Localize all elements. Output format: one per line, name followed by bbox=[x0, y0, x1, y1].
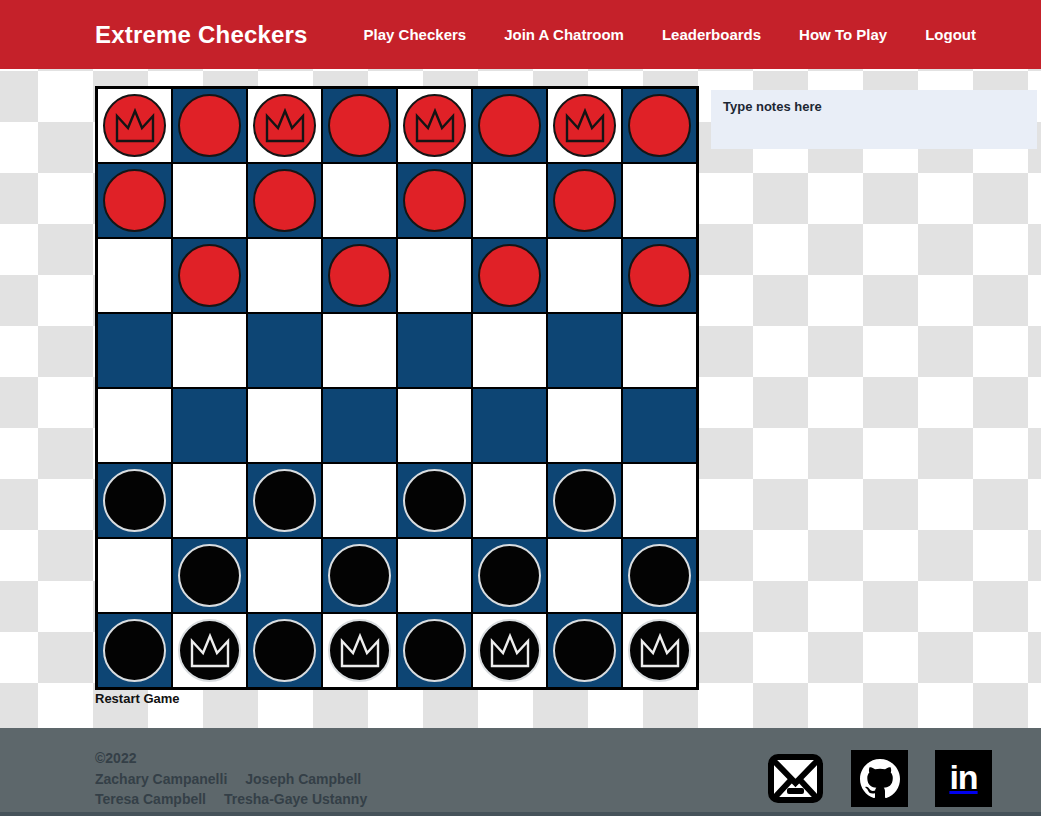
red-king-piece[interactable] bbox=[103, 94, 166, 157]
board-square[interactable] bbox=[547, 613, 622, 688]
board-square[interactable] bbox=[247, 163, 322, 238]
red-man-piece[interactable] bbox=[328, 244, 391, 307]
board-square[interactable] bbox=[547, 388, 622, 463]
red-man-piece[interactable] bbox=[178, 244, 241, 307]
board-square[interactable] bbox=[547, 313, 622, 388]
board-square[interactable] bbox=[322, 238, 397, 313]
board-square[interactable] bbox=[247, 88, 322, 163]
black-man-piece[interactable] bbox=[103, 619, 166, 682]
black-man-piece[interactable] bbox=[478, 544, 541, 607]
board-square[interactable] bbox=[322, 163, 397, 238]
black-man-piece[interactable] bbox=[103, 469, 166, 532]
app-title: Extreme Checkers bbox=[95, 21, 308, 49]
board-square[interactable] bbox=[397, 613, 472, 688]
checkers-board bbox=[95, 86, 699, 690]
board-square[interactable] bbox=[472, 88, 547, 163]
board-square[interactable] bbox=[397, 88, 472, 163]
board-square[interactable] bbox=[622, 238, 697, 313]
red-king-piece[interactable] bbox=[403, 94, 466, 157]
board-square[interactable] bbox=[472, 388, 547, 463]
board-square[interactable] bbox=[547, 538, 622, 613]
email-icon[interactable] bbox=[767, 750, 824, 807]
linkedin-glyph: in bbox=[949, 760, 977, 798]
red-man-piece[interactable] bbox=[178, 94, 241, 157]
board-square[interactable] bbox=[622, 88, 697, 163]
board-square[interactable] bbox=[97, 613, 172, 688]
credit-name: Zachary Campanelli bbox=[95, 771, 227, 787]
nav-logout[interactable]: Logout bbox=[925, 26, 976, 43]
red-man-piece[interactable] bbox=[478, 94, 541, 157]
board-square[interactable] bbox=[247, 463, 322, 538]
board-square[interactable] bbox=[472, 163, 547, 238]
github-icon[interactable] bbox=[851, 750, 908, 807]
board-square[interactable] bbox=[322, 613, 397, 688]
board-square[interactable] bbox=[397, 538, 472, 613]
board-square[interactable] bbox=[622, 313, 697, 388]
board-square[interactable] bbox=[247, 388, 322, 463]
board-square[interactable] bbox=[97, 538, 172, 613]
notes-input[interactable] bbox=[711, 90, 1037, 149]
board-square[interactable] bbox=[397, 313, 472, 388]
header-bar: Extreme Checkers Play Checkers Join A Ch… bbox=[0, 0, 1041, 69]
board-square[interactable] bbox=[322, 463, 397, 538]
board-square[interactable] bbox=[622, 538, 697, 613]
black-man-piece[interactable] bbox=[553, 469, 616, 532]
main-area: Restart Game bbox=[0, 69, 1041, 728]
credits-line-2: Teresa CampbellTresha-Gaye Ustanny bbox=[95, 789, 385, 810]
board-square[interactable] bbox=[397, 463, 472, 538]
board-square[interactable] bbox=[472, 613, 547, 688]
red-man-piece[interactable] bbox=[103, 169, 166, 232]
board-square[interactable] bbox=[247, 238, 322, 313]
main-nav: Play Checkers Join A Chatroom Leaderboar… bbox=[364, 26, 976, 43]
social-links: in bbox=[767, 750, 992, 807]
board-square[interactable] bbox=[547, 163, 622, 238]
board-square[interactable] bbox=[472, 313, 547, 388]
board-square[interactable] bbox=[472, 238, 547, 313]
footer-credits: ©2022 Zachary CampanelliJoseph Campbell … bbox=[95, 748, 385, 810]
red-man-piece[interactable] bbox=[628, 244, 691, 307]
board-square[interactable] bbox=[247, 313, 322, 388]
black-man-piece[interactable] bbox=[253, 619, 316, 682]
board-square[interactable] bbox=[622, 463, 697, 538]
board-square[interactable] bbox=[622, 388, 697, 463]
black-man-piece[interactable] bbox=[253, 469, 316, 532]
red-man-piece[interactable] bbox=[403, 169, 466, 232]
board-square[interactable] bbox=[97, 238, 172, 313]
board-square[interactable] bbox=[322, 388, 397, 463]
red-man-piece[interactable] bbox=[553, 169, 616, 232]
board-square[interactable] bbox=[97, 313, 172, 388]
linkedin-icon[interactable]: in bbox=[935, 750, 992, 807]
black-man-piece[interactable] bbox=[553, 619, 616, 682]
credits-line-1: Zachary CampanelliJoseph Campbell bbox=[95, 769, 385, 790]
board-square[interactable] bbox=[622, 163, 697, 238]
credit-name: Joseph Campbell bbox=[245, 771, 361, 787]
board-square[interactable] bbox=[472, 538, 547, 613]
board-square[interactable] bbox=[322, 313, 397, 388]
red-man-piece[interactable] bbox=[253, 169, 316, 232]
board-square[interactable] bbox=[172, 238, 247, 313]
black-man-piece[interactable] bbox=[403, 469, 466, 532]
board-square[interactable] bbox=[247, 613, 322, 688]
restart-game-button[interactable]: Restart Game bbox=[95, 691, 180, 706]
red-man-piece[interactable] bbox=[328, 94, 391, 157]
board-square[interactable] bbox=[172, 463, 247, 538]
nav-join-chatroom[interactable]: Join A Chatroom bbox=[504, 26, 624, 43]
footer-bar: ©2022 Zachary CampanelliJoseph Campbell … bbox=[0, 728, 1041, 816]
board-square[interactable] bbox=[97, 163, 172, 238]
black-man-piece[interactable] bbox=[403, 619, 466, 682]
red-king-piece[interactable] bbox=[253, 94, 316, 157]
black-king-piece[interactable] bbox=[478, 619, 541, 682]
black-king-piece[interactable] bbox=[328, 619, 391, 682]
board-square[interactable] bbox=[547, 88, 622, 163]
nav-how-to-play[interactable]: How To Play bbox=[799, 26, 887, 43]
board-square[interactable] bbox=[172, 388, 247, 463]
black-man-piece[interactable] bbox=[178, 544, 241, 607]
board-square[interactable] bbox=[547, 463, 622, 538]
board-square[interactable] bbox=[97, 463, 172, 538]
board-square[interactable] bbox=[322, 88, 397, 163]
board-square[interactable] bbox=[172, 613, 247, 688]
board-square[interactable] bbox=[322, 538, 397, 613]
black-king-piece[interactable] bbox=[178, 619, 241, 682]
board-square[interactable] bbox=[97, 388, 172, 463]
board-square[interactable] bbox=[547, 238, 622, 313]
board-square[interactable] bbox=[247, 538, 322, 613]
credit-name: Tresha-Gaye Ustanny bbox=[224, 791, 367, 807]
nav-leaderboards[interactable]: Leaderboards bbox=[662, 26, 761, 43]
board-square[interactable] bbox=[397, 388, 472, 463]
board-square[interactable] bbox=[172, 538, 247, 613]
black-king-piece[interactable] bbox=[628, 619, 691, 682]
red-man-piece[interactable] bbox=[478, 244, 541, 307]
board-square[interactable] bbox=[172, 163, 247, 238]
black-man-piece[interactable] bbox=[628, 544, 691, 607]
black-man-piece[interactable] bbox=[328, 544, 391, 607]
copyright-text: ©2022 bbox=[95, 748, 385, 769]
board-square[interactable] bbox=[97, 88, 172, 163]
red-man-piece[interactable] bbox=[628, 94, 691, 157]
board-square[interactable] bbox=[172, 313, 247, 388]
red-king-piece[interactable] bbox=[553, 94, 616, 157]
board-square[interactable] bbox=[472, 463, 547, 538]
board-square[interactable] bbox=[397, 163, 472, 238]
board-square[interactable] bbox=[397, 238, 472, 313]
board-square[interactable] bbox=[622, 613, 697, 688]
board-square[interactable] bbox=[172, 88, 247, 163]
credit-name: Teresa Campbell bbox=[95, 791, 206, 807]
nav-play-checkers[interactable]: Play Checkers bbox=[364, 26, 467, 43]
